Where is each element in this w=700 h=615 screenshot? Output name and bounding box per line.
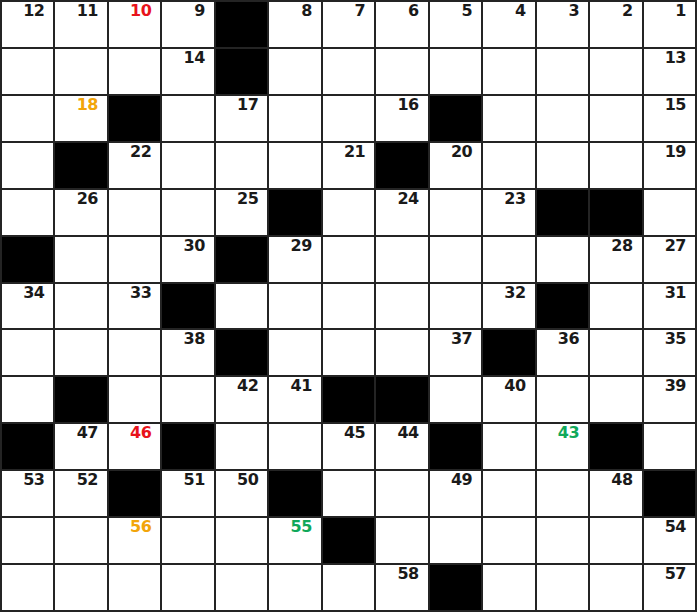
cell-r2c8[interactable] <box>376 49 427 94</box>
cell-r11c1[interactable]: 53 <box>2 471 53 516</box>
cell-r1c3[interactable]: 10 <box>109 2 160 47</box>
clue-number-3: 3 <box>568 2 579 20</box>
cell-r6c4[interactable]: 30 <box>162 237 213 282</box>
cell-r9c10[interactable]: 40 <box>483 377 534 422</box>
cell-r12c4[interactable] <box>162 518 213 563</box>
cell-r2c6[interactable] <box>269 49 320 94</box>
black-cell-r4c2 <box>55 143 106 188</box>
cell-r4c3[interactable]: 22 <box>109 143 160 188</box>
cell-r3c12[interactable] <box>590 96 641 141</box>
black-cell-r10c12 <box>590 424 641 469</box>
cell-r6c10[interactable] <box>483 237 534 282</box>
black-cell-r12c7 <box>323 518 374 563</box>
cell-r13c5[interactable] <box>216 565 267 610</box>
cell-r7c7[interactable] <box>323 284 374 329</box>
black-cell-r10c9 <box>430 424 481 469</box>
clue-number-10: 10 <box>130 2 151 20</box>
clue-number-54: 54 <box>665 518 686 536</box>
cell-r7c2[interactable] <box>55 284 106 329</box>
clue-number-20: 20 <box>451 143 472 161</box>
cell-r9c5[interactable]: 42 <box>216 377 267 422</box>
cell-r4c5[interactable] <box>216 143 267 188</box>
cell-r11c9[interactable]: 49 <box>430 471 481 516</box>
cell-r11c11[interactable] <box>537 471 588 516</box>
clue-number-47: 47 <box>77 424 98 442</box>
cell-r1c8[interactable]: 6 <box>376 2 427 47</box>
black-cell-r10c4 <box>162 424 213 469</box>
cell-r12c5[interactable] <box>216 518 267 563</box>
black-cell-r3c9 <box>430 96 481 141</box>
cell-r1c1[interactable]: 12 <box>2 2 53 47</box>
cell-r13c3[interactable] <box>109 565 160 610</box>
cell-r6c12[interactable]: 28 <box>590 237 641 282</box>
cell-r9c9[interactable] <box>430 377 481 422</box>
cell-r10c5[interactable] <box>216 424 267 469</box>
cell-r7c6[interactable] <box>269 284 320 329</box>
cell-r6c2[interactable] <box>55 237 106 282</box>
cell-r2c13[interactable]: 13 <box>644 49 695 94</box>
cell-r12c2[interactable] <box>55 518 106 563</box>
cell-r7c1[interactable]: 34 <box>2 284 53 329</box>
cell-r2c9[interactable] <box>430 49 481 94</box>
cell-r11c10[interactable] <box>483 471 534 516</box>
cell-r2c3[interactable] <box>109 49 160 94</box>
cell-r2c7[interactable] <box>323 49 374 94</box>
black-cell-r4c8 <box>376 143 427 188</box>
cell-r13c6[interactable] <box>269 565 320 610</box>
cell-r8c7[interactable] <box>323 330 374 375</box>
cell-r13c10[interactable] <box>483 565 534 610</box>
black-cell-r2c5 <box>216 49 267 94</box>
cell-r8c13[interactable]: 35 <box>644 330 695 375</box>
cell-r3c13[interactable]: 15 <box>644 96 695 141</box>
cell-r4c13[interactable]: 19 <box>644 143 695 188</box>
cell-r3c8[interactable]: 16 <box>376 96 427 141</box>
black-cell-r9c7 <box>323 377 374 422</box>
clue-number-14: 14 <box>184 49 205 67</box>
cell-r10c10[interactable] <box>483 424 534 469</box>
cell-r10c8[interactable]: 44 <box>376 424 427 469</box>
clue-number-30: 30 <box>184 237 205 255</box>
cell-r7c9[interactable] <box>430 284 481 329</box>
black-cell-r8c5 <box>216 330 267 375</box>
cell-r2c1[interactable] <box>2 49 53 94</box>
cell-r2c4[interactable]: 14 <box>162 49 213 94</box>
cell-r5c13[interactable] <box>644 190 695 235</box>
cell-r8c9[interactable]: 37 <box>430 330 481 375</box>
cell-r5c1[interactable] <box>2 190 53 235</box>
cell-r9c12[interactable] <box>590 377 641 422</box>
black-cell-r13c9 <box>430 565 481 610</box>
cell-r12c11[interactable] <box>537 518 588 563</box>
cell-r5c3[interactable] <box>109 190 160 235</box>
cell-r8c11[interactable]: 36 <box>537 330 588 375</box>
black-cell-r6c5 <box>216 237 267 282</box>
cell-r1c11[interactable]: 3 <box>537 2 588 47</box>
cell-r7c5[interactable] <box>216 284 267 329</box>
cell-r5c2[interactable]: 26 <box>55 190 106 235</box>
black-cell-r7c11 <box>537 284 588 329</box>
cell-r1c9[interactable]: 5 <box>430 2 481 47</box>
clue-number-35: 35 <box>665 330 686 348</box>
cell-r11c2[interactable]: 52 <box>55 471 106 516</box>
clue-number-33: 33 <box>130 284 151 302</box>
black-cell-r11c13 <box>644 471 695 516</box>
clue-number-53: 53 <box>23 471 44 489</box>
clue-number-22: 22 <box>130 143 151 161</box>
cell-r4c12[interactable] <box>590 143 641 188</box>
cell-r3c10[interactable] <box>483 96 534 141</box>
cell-r6c11[interactable] <box>537 237 588 282</box>
cell-r6c13[interactable]: 27 <box>644 237 695 282</box>
clue-number-51: 51 <box>184 471 205 489</box>
cell-r1c10[interactable]: 4 <box>483 2 534 47</box>
clue-number-55: 55 <box>291 518 312 536</box>
cell-r10c7[interactable]: 45 <box>323 424 374 469</box>
cell-r1c13[interactable]: 1 <box>644 2 695 47</box>
clue-number-19: 19 <box>665 143 686 161</box>
cell-r8c12[interactable] <box>590 330 641 375</box>
cell-r5c7[interactable] <box>323 190 374 235</box>
cell-r9c11[interactable] <box>537 377 588 422</box>
cell-r13c13[interactable]: 57 <box>644 565 695 610</box>
crossword-grid: 1211109876543211413181716152221201926252… <box>0 0 697 612</box>
clue-number-2: 2 <box>622 2 633 20</box>
clue-number-8: 8 <box>301 2 312 20</box>
clue-number-7: 7 <box>355 2 366 20</box>
cell-r8c1[interactable] <box>2 330 53 375</box>
clue-number-13: 13 <box>665 49 686 67</box>
cell-r13c1[interactable] <box>2 565 53 610</box>
clue-number-1: 1 <box>675 2 686 20</box>
clue-number-27: 27 <box>665 237 686 255</box>
cell-r12c12[interactable] <box>590 518 641 563</box>
cell-r10c2[interactable]: 47 <box>55 424 106 469</box>
clue-number-46: 46 <box>130 424 151 442</box>
clue-number-37: 37 <box>451 330 472 348</box>
clue-number-12: 12 <box>23 2 44 20</box>
cell-r12c6[interactable]: 55 <box>269 518 320 563</box>
black-cell-r3c3 <box>109 96 160 141</box>
cell-r1c6[interactable]: 8 <box>269 2 320 47</box>
cell-r8c2[interactable] <box>55 330 106 375</box>
cell-r11c7[interactable] <box>323 471 374 516</box>
cell-r8c3[interactable] <box>109 330 160 375</box>
cell-r6c6[interactable]: 29 <box>269 237 320 282</box>
clue-number-41: 41 <box>291 377 312 395</box>
clue-number-26: 26 <box>77 190 98 208</box>
black-cell-r6c1 <box>2 237 53 282</box>
cell-r9c6[interactable]: 41 <box>269 377 320 422</box>
cell-r13c12[interactable] <box>590 565 641 610</box>
clue-number-45: 45 <box>344 424 365 442</box>
cell-r12c10[interactable] <box>483 518 534 563</box>
cell-r12c8[interactable] <box>376 518 427 563</box>
cell-r7c10[interactable]: 32 <box>483 284 534 329</box>
cell-r6c9[interactable] <box>430 237 481 282</box>
cell-r11c12[interactable]: 48 <box>590 471 641 516</box>
clue-number-50: 50 <box>237 471 258 489</box>
black-cell-r5c11 <box>537 190 588 235</box>
black-cell-r8c10 <box>483 330 534 375</box>
clue-number-25: 25 <box>237 190 258 208</box>
cell-r13c4[interactable] <box>162 565 213 610</box>
clue-number-18: 18 <box>77 96 98 114</box>
cell-r9c4[interactable] <box>162 377 213 422</box>
cell-r13c2[interactable] <box>55 565 106 610</box>
black-cell-r1c5 <box>216 2 267 47</box>
cell-r1c2[interactable]: 11 <box>55 2 106 47</box>
clue-number-34: 34 <box>23 284 44 302</box>
cell-r9c13[interactable]: 39 <box>644 377 695 422</box>
clue-number-52: 52 <box>77 471 98 489</box>
black-cell-r5c12 <box>590 190 641 235</box>
crossword-page: 1211109876543211413181716152221201926252… <box>0 0 700 615</box>
cell-r2c12[interactable] <box>590 49 641 94</box>
cell-r6c8[interactable] <box>376 237 427 282</box>
cell-r7c13[interactable]: 31 <box>644 284 695 329</box>
cell-r3c1[interactable] <box>2 96 53 141</box>
clue-number-11: 11 <box>77 2 98 20</box>
cell-r10c13[interactable] <box>644 424 695 469</box>
black-cell-r9c2 <box>55 377 106 422</box>
cell-r13c11[interactable] <box>537 565 588 610</box>
cell-r7c12[interactable] <box>590 284 641 329</box>
cell-r8c6[interactable] <box>269 330 320 375</box>
cell-r5c9[interactable] <box>430 190 481 235</box>
cell-r2c11[interactable] <box>537 49 588 94</box>
cell-r4c11[interactable] <box>537 143 588 188</box>
clue-number-58: 58 <box>397 565 418 583</box>
clue-number-36: 36 <box>558 330 579 348</box>
cell-r4c7[interactable]: 21 <box>323 143 374 188</box>
black-cell-r7c4 <box>162 284 213 329</box>
cell-r4c1[interactable] <box>2 143 53 188</box>
clue-number-28: 28 <box>611 237 632 255</box>
cell-r12c13[interactable]: 54 <box>644 518 695 563</box>
cell-r5c5[interactable]: 25 <box>216 190 267 235</box>
clue-number-21: 21 <box>344 143 365 161</box>
clue-number-17: 17 <box>237 96 258 114</box>
clue-number-5: 5 <box>462 2 473 20</box>
cell-r1c12[interactable]: 2 <box>590 2 641 47</box>
cell-r6c7[interactable] <box>323 237 374 282</box>
cell-r9c1[interactable] <box>2 377 53 422</box>
cell-r2c2[interactable] <box>55 49 106 94</box>
cell-r6c3[interactable] <box>109 237 160 282</box>
cell-r3c6[interactable] <box>269 96 320 141</box>
clue-number-44: 44 <box>397 424 418 442</box>
clue-number-39: 39 <box>665 377 686 395</box>
clue-number-40: 40 <box>504 377 525 395</box>
cell-r5c8[interactable]: 24 <box>376 190 427 235</box>
black-cell-r9c8 <box>376 377 427 422</box>
cell-r1c4[interactable]: 9 <box>162 2 213 47</box>
cell-r3c7[interactable] <box>323 96 374 141</box>
clue-number-48: 48 <box>611 471 632 489</box>
cell-r3c11[interactable] <box>537 96 588 141</box>
black-cell-r10c1 <box>2 424 53 469</box>
cell-r8c8[interactable] <box>376 330 427 375</box>
cell-r3c2[interactable]: 18 <box>55 96 106 141</box>
clue-number-38: 38 <box>184 330 205 348</box>
clue-number-4: 4 <box>515 2 526 20</box>
cell-r13c8[interactable]: 58 <box>376 565 427 610</box>
cell-r12c1[interactable] <box>2 518 53 563</box>
cell-r4c10[interactable] <box>483 143 534 188</box>
cell-r5c4[interactable] <box>162 190 213 235</box>
clue-number-16: 16 <box>397 96 418 114</box>
clue-number-15: 15 <box>665 96 686 114</box>
clue-number-9: 9 <box>194 2 205 20</box>
cell-r12c9[interactable] <box>430 518 481 563</box>
cell-r4c6[interactable] <box>269 143 320 188</box>
clue-number-49: 49 <box>451 471 472 489</box>
cell-r2c10[interactable] <box>483 49 534 94</box>
clue-number-42: 42 <box>237 377 258 395</box>
cell-r11c8[interactable] <box>376 471 427 516</box>
cell-r11c5[interactable]: 50 <box>216 471 267 516</box>
clue-number-29: 29 <box>291 237 312 255</box>
clue-number-56: 56 <box>130 518 151 536</box>
cell-r13c7[interactable] <box>323 565 374 610</box>
clue-number-6: 6 <box>408 2 419 20</box>
cell-r5c10[interactable]: 23 <box>483 190 534 235</box>
cell-r4c4[interactable] <box>162 143 213 188</box>
clue-number-43: 43 <box>558 424 579 442</box>
cell-r7c8[interactable] <box>376 284 427 329</box>
cell-r1c7[interactable]: 7 <box>323 2 374 47</box>
black-cell-r5c6 <box>269 190 320 235</box>
cell-r10c3[interactable]: 46 <box>109 424 160 469</box>
cell-r4c9[interactable]: 20 <box>430 143 481 188</box>
cell-r8c4[interactable]: 38 <box>162 330 213 375</box>
cell-r3c4[interactable] <box>162 96 213 141</box>
cell-r11c4[interactable]: 51 <box>162 471 213 516</box>
cell-r10c11[interactable]: 43 <box>537 424 588 469</box>
black-cell-r11c3 <box>109 471 160 516</box>
clue-number-32: 32 <box>504 284 525 302</box>
clue-number-23: 23 <box>504 190 525 208</box>
cell-r7c3[interactable]: 33 <box>109 284 160 329</box>
cell-r12c3[interactable]: 56 <box>109 518 160 563</box>
clue-number-57: 57 <box>665 565 686 583</box>
black-cell-r11c6 <box>269 471 320 516</box>
clue-number-31: 31 <box>665 284 686 302</box>
clue-number-24: 24 <box>397 190 418 208</box>
cell-r10c6[interactable] <box>269 424 320 469</box>
cell-r3c5[interactable]: 17 <box>216 96 267 141</box>
cell-r9c3[interactable] <box>109 377 160 422</box>
